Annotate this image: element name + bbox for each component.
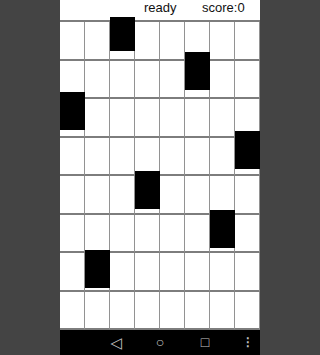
overflow-menu-icon[interactable]: ⋮ [242, 330, 254, 355]
game-header: ready score:0 [60, 0, 260, 17]
black-tile[interactable] [210, 210, 235, 248]
black-tile[interactable] [185, 52, 210, 90]
home-icon[interactable]: ○ [156, 330, 164, 355]
black-tile[interactable] [110, 13, 135, 51]
back-icon[interactable]: ◁ [110, 330, 122, 355]
tile-layer [60, 0, 260, 330]
black-tile[interactable] [60, 92, 85, 130]
score-text: score:0 [202, 0, 245, 16]
android-navbar: ◁ ○ □ ⋮ [60, 330, 260, 355]
game-screen: ready score:0 ◁ ○ □ ⋮ [60, 0, 260, 355]
recents-icon[interactable]: □ [201, 330, 209, 355]
black-tile[interactable] [85, 250, 110, 288]
status-text: ready [144, 0, 177, 16]
black-tile[interactable] [135, 171, 160, 209]
black-tile[interactable] [235, 131, 260, 169]
